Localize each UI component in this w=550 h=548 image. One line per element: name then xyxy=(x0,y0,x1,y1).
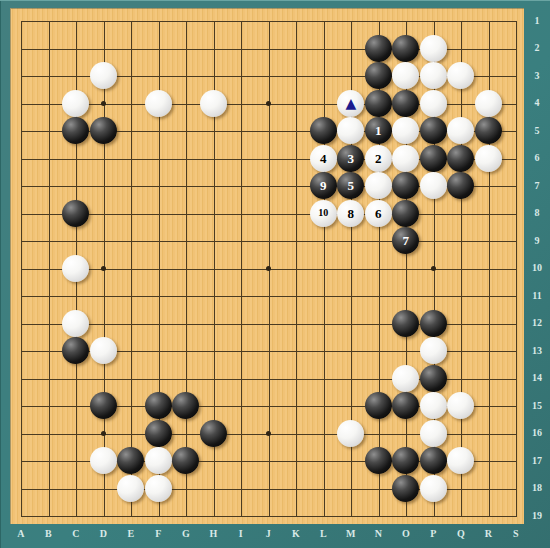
stone-white-Q15[interactable] xyxy=(447,392,474,419)
row-label-10: 10 xyxy=(524,262,550,274)
stone-black-N5[interactable]: 1 xyxy=(365,117,392,144)
stone-white-F4[interactable] xyxy=(145,90,172,117)
star-point xyxy=(266,431,271,436)
stone-black-O4[interactable] xyxy=(392,90,419,117)
stone-black-O2[interactable] xyxy=(392,35,419,62)
stone-white-P13[interactable] xyxy=(420,337,447,364)
go-diagram-window: ▲14329510867 123456789101112131415161718… xyxy=(0,0,550,548)
row-label-8: 8 xyxy=(524,207,550,219)
column-label-O: O xyxy=(396,527,416,541)
row-label-19: 19 xyxy=(524,510,550,522)
stone-grid: ▲14329510867 xyxy=(7,7,530,530)
star-point xyxy=(431,266,436,271)
stone-white-M16[interactable] xyxy=(337,420,364,447)
stone-white-O6[interactable] xyxy=(392,145,419,172)
stone-black-C13[interactable] xyxy=(62,337,89,364)
move-number-label: 7 xyxy=(403,234,410,247)
star-point xyxy=(101,101,106,106)
row-label-2: 2 xyxy=(524,42,550,54)
stone-black-O8[interactable] xyxy=(392,200,419,227)
stone-white-L6[interactable]: 4 xyxy=(310,145,337,172)
row-label-14: 14 xyxy=(524,372,550,384)
star-point xyxy=(101,431,106,436)
move-number-label: 3 xyxy=(348,152,355,165)
stone-white-Q5[interactable] xyxy=(447,117,474,144)
stone-black-Q6[interactable] xyxy=(447,145,474,172)
stone-black-N17[interactable] xyxy=(365,447,392,474)
row-label-5: 5 xyxy=(524,125,550,137)
column-label-I: I xyxy=(231,527,251,541)
row-label-4: 4 xyxy=(524,97,550,109)
stone-black-N15[interactable] xyxy=(365,392,392,419)
stone-black-N4[interactable] xyxy=(365,90,392,117)
stone-black-C8[interactable] xyxy=(62,200,89,227)
move-number-label: 2 xyxy=(375,152,382,165)
stone-black-L5[interactable] xyxy=(310,117,337,144)
stone-white-D3[interactable] xyxy=(90,62,117,89)
stone-white-C4[interactable] xyxy=(62,90,89,117)
go-board[interactable]: ▲14329510867 xyxy=(10,8,524,524)
stone-white-N7[interactable] xyxy=(365,172,392,199)
stone-white-P15[interactable] xyxy=(420,392,447,419)
column-label-E: E xyxy=(121,527,141,541)
stone-white-P3[interactable] xyxy=(420,62,447,89)
column-label-R: R xyxy=(478,527,498,541)
row-label-13: 13 xyxy=(524,345,550,357)
row-label-11: 11 xyxy=(524,290,550,302)
stone-black-C5[interactable] xyxy=(62,117,89,144)
stone-white-F17[interactable] xyxy=(145,447,172,474)
stone-black-O17[interactable] xyxy=(392,447,419,474)
column-label-G: G xyxy=(176,527,196,541)
row-label-6: 6 xyxy=(524,152,550,164)
row-label-3: 3 xyxy=(524,70,550,82)
star-point xyxy=(101,266,106,271)
stone-black-H16[interactable] xyxy=(200,420,227,447)
column-label-S: S xyxy=(506,527,526,541)
stone-black-N3[interactable] xyxy=(365,62,392,89)
row-label-16: 16 xyxy=(524,427,550,439)
stone-white-D13[interactable] xyxy=(90,337,117,364)
stone-black-N2[interactable] xyxy=(365,35,392,62)
row-label-12: 12 xyxy=(524,317,550,329)
column-label-M: M xyxy=(341,527,361,541)
move-number-label: 5 xyxy=(348,179,355,192)
stone-white-F18[interactable] xyxy=(145,475,172,502)
stone-white-H4[interactable] xyxy=(200,90,227,117)
stone-black-P12[interactable] xyxy=(420,310,447,337)
stone-white-Q3[interactable] xyxy=(447,62,474,89)
stone-black-M6[interactable]: 3 xyxy=(337,145,364,172)
column-label-N: N xyxy=(368,527,388,541)
stone-black-F16[interactable] xyxy=(145,420,172,447)
move-number-label: 4 xyxy=(320,152,327,165)
stone-black-P5[interactable] xyxy=(420,117,447,144)
stone-black-O18[interactable] xyxy=(392,475,419,502)
column-label-D: D xyxy=(93,527,113,541)
stone-black-O15[interactable] xyxy=(392,392,419,419)
stone-white-P7[interactable] xyxy=(420,172,447,199)
stone-black-L7[interactable]: 9 xyxy=(310,172,337,199)
column-label-K: K xyxy=(286,527,306,541)
move-number-label: 8 xyxy=(348,207,355,220)
column-label-J: J xyxy=(258,527,278,541)
stone-white-D17[interactable] xyxy=(90,447,117,474)
row-label-9: 9 xyxy=(524,235,550,247)
row-label-7: 7 xyxy=(524,180,550,192)
column-label-L: L xyxy=(313,527,333,541)
stone-black-M7[interactable]: 5 xyxy=(337,172,364,199)
stone-white-M4[interactable]: ▲ xyxy=(337,90,364,117)
column-label-C: C xyxy=(66,527,86,541)
stone-white-M8[interactable]: 8 xyxy=(337,200,364,227)
stone-white-C10[interactable] xyxy=(62,255,89,282)
stone-black-O12[interactable] xyxy=(392,310,419,337)
column-label-F: F xyxy=(148,527,168,541)
stone-white-C12[interactable] xyxy=(62,310,89,337)
stone-white-N8[interactable]: 6 xyxy=(365,200,392,227)
stone-white-N6[interactable]: 2 xyxy=(365,145,392,172)
column-label-P: P xyxy=(423,527,443,541)
row-label-15: 15 xyxy=(524,400,550,412)
stone-white-P2[interactable] xyxy=(420,35,447,62)
column-label-B: B xyxy=(38,527,58,541)
stone-white-R4[interactable] xyxy=(475,90,502,117)
move-number-label: 6 xyxy=(375,207,382,220)
stone-black-O9[interactable]: 7 xyxy=(392,227,419,254)
row-label-17: 17 xyxy=(524,455,550,467)
move-number-label: 9 xyxy=(320,179,327,192)
stone-white-R6[interactable] xyxy=(475,145,502,172)
stone-white-O5[interactable] xyxy=(392,117,419,144)
move-number-label: 10 xyxy=(318,208,328,218)
stone-black-R5[interactable] xyxy=(475,117,502,144)
stone-white-P18[interactable] xyxy=(420,475,447,502)
column-label-A: A xyxy=(11,527,31,541)
stone-white-P4[interactable] xyxy=(420,90,447,117)
stone-black-P17[interactable] xyxy=(420,447,447,474)
stone-black-F15[interactable] xyxy=(145,392,172,419)
stone-white-L8[interactable]: 10 xyxy=(310,200,337,227)
row-label-1: 1 xyxy=(524,15,550,27)
row-label-18: 18 xyxy=(524,482,550,494)
stone-black-O7[interactable] xyxy=(392,172,419,199)
star-point xyxy=(266,101,271,106)
stone-white-Q17[interactable] xyxy=(447,447,474,474)
stone-white-P16[interactable] xyxy=(420,420,447,447)
column-label-Q: Q xyxy=(451,527,471,541)
stone-black-P14[interactable] xyxy=(420,365,447,392)
stone-black-D15[interactable] xyxy=(90,392,117,419)
stone-black-D5[interactable] xyxy=(90,117,117,144)
stone-black-G15[interactable] xyxy=(172,392,199,419)
star-point xyxy=(266,266,271,271)
stone-black-E17[interactable] xyxy=(117,447,144,474)
column-label-H: H xyxy=(203,527,223,541)
move-number-label: 1 xyxy=(375,124,382,137)
stone-white-M5[interactable] xyxy=(337,117,364,144)
triangle-marker-icon: ▲ xyxy=(345,96,356,110)
stone-black-Q7[interactable] xyxy=(447,172,474,199)
stone-black-P6[interactable] xyxy=(420,145,447,172)
stone-black-G17[interactable] xyxy=(172,447,199,474)
stone-white-O14[interactable] xyxy=(392,365,419,392)
stone-white-E18[interactable] xyxy=(117,475,144,502)
stone-white-O3[interactable] xyxy=(392,62,419,89)
